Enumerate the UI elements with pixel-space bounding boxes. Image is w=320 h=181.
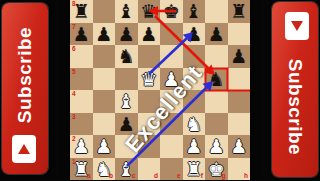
square-c1[interactable]: c♝: [115, 158, 138, 181]
square-d2[interactable]: [138, 135, 161, 158]
black-knight-c6[interactable]: ♞: [118, 45, 135, 67]
square-a1[interactable]: 1a♜: [70, 158, 93, 181]
square-f7[interactable]: ♟: [183, 23, 206, 46]
white-bishop-c4[interactable]: ♝: [118, 90, 135, 112]
square-b4[interactable]: [93, 90, 116, 113]
square-b1[interactable]: b♞: [93, 158, 116, 181]
play-button-down-icon: [285, 12, 309, 40]
file-label-c: c: [132, 173, 136, 180]
file-label-b: b: [109, 173, 113, 180]
square-h3[interactable]: [228, 113, 251, 136]
white-pawn-b2[interactable]: ♟: [95, 135, 112, 157]
square-a8[interactable]: 8♜: [70, 0, 93, 23]
square-c4[interactable]: ♝: [115, 90, 138, 113]
square-f2[interactable]: ♟: [183, 135, 206, 158]
square-b7[interactable]: ♟: [93, 23, 116, 46]
square-d1[interactable]: d: [138, 158, 161, 181]
square-e5[interactable]: ♟: [160, 68, 183, 91]
square-h6[interactable]: ♟: [228, 45, 251, 68]
file-label-a: a: [87, 173, 91, 180]
square-b5[interactable]: [93, 68, 116, 91]
white-pawn-f2[interactable]: ♟: [185, 135, 202, 157]
rank-label-1: 1: [72, 159, 76, 166]
square-c2[interactable]: [115, 135, 138, 158]
play-button-up-icon: [12, 135, 36, 163]
file-label-f: f: [201, 173, 203, 180]
square-g2[interactable]: ♟: [205, 135, 228, 158]
square-f5[interactable]: [183, 68, 206, 91]
file-label-g: g: [222, 173, 226, 180]
square-f8[interactable]: ♝: [183, 0, 206, 23]
black-pawn-f7[interactable]: ♟: [185, 23, 202, 45]
chess-board-area: 8♜♝♛♚♝♜7♟♟♟♟♟♟6♞♟5♛♟♞4♝3♟♞2♟♟♟♟♟1a♜b♞c♝d…: [70, 0, 250, 180]
black-bishop-f8[interactable]: ♝: [185, 0, 202, 22]
white-pawn-h2[interactable]: ♟: [230, 135, 247, 157]
square-g6[interactable]: [205, 45, 228, 68]
black-knight-g5[interactable]: ♞: [208, 68, 225, 90]
square-a7[interactable]: 7♟: [70, 23, 93, 46]
white-queen-d5[interactable]: ♛: [140, 68, 157, 90]
square-b8[interactable]: [93, 0, 116, 23]
square-c6[interactable]: ♞: [115, 45, 138, 68]
square-d8[interactable]: ♛: [138, 0, 161, 23]
square-f3[interactable]: ♞: [183, 113, 206, 136]
square-a5[interactable]: 5: [70, 68, 93, 91]
square-g8[interactable]: [205, 0, 228, 23]
rank-label-8: 8: [72, 1, 76, 8]
square-e2[interactable]: [160, 135, 183, 158]
square-c7[interactable]: ♟: [115, 23, 138, 46]
black-pawn-b7[interactable]: ♟: [95, 23, 112, 45]
rank-label-5: 5: [72, 69, 76, 76]
file-label-d: d: [154, 173, 158, 180]
square-d6[interactable]: [138, 45, 161, 68]
subscribe-banner-right[interactable]: Subscribe: [272, 2, 318, 177]
square-g1[interactable]: g♚: [205, 158, 228, 181]
file-label-e: e: [177, 173, 181, 180]
rank-label-4: 4: [72, 91, 76, 98]
square-h8[interactable]: ♜: [228, 0, 251, 23]
square-g4[interactable]: [205, 90, 228, 113]
square-b2[interactable]: ♟: [93, 135, 116, 158]
square-h7[interactable]: [228, 23, 251, 46]
square-e3[interactable]: [160, 113, 183, 136]
square-a6[interactable]: 6: [70, 45, 93, 68]
black-bishop-c8[interactable]: ♝: [118, 0, 135, 22]
square-b3[interactable]: [93, 113, 116, 136]
square-e7[interactable]: [160, 23, 183, 46]
black-queen-d8[interactable]: ♛: [140, 0, 157, 22]
black-pawn-g7[interactable]: ♟: [208, 23, 225, 45]
rank-label-6: 6: [72, 46, 76, 53]
white-rook-f1[interactable]: ♜: [185, 158, 202, 180]
square-g5[interactable]: ♞: [205, 68, 228, 91]
triangle-down-icon: [291, 21, 303, 31]
black-pawn-c7[interactable]: ♟: [118, 23, 135, 45]
file-label-h: h: [244, 173, 248, 180]
rank-label-3: 3: [72, 114, 76, 121]
square-g7[interactable]: ♟: [205, 23, 228, 46]
square-h4[interactable]: [228, 90, 251, 113]
square-d7[interactable]: ♟: [138, 23, 161, 46]
subscribe-banner-left[interactable]: Subscribe: [2, 3, 48, 174]
black-rook-h8[interactable]: ♜: [230, 0, 247, 22]
white-pawn-e5[interactable]: ♟: [163, 68, 180, 90]
white-pawn-g2[interactable]: ♟: [208, 135, 225, 157]
square-a4[interactable]: 4: [70, 90, 93, 113]
black-pawn-c3[interactable]: ♟: [118, 113, 135, 135]
square-e4[interactable]: [160, 90, 183, 113]
rank-label-2: 2: [72, 136, 76, 143]
square-h1[interactable]: h: [228, 158, 251, 181]
square-d3[interactable]: [138, 113, 161, 136]
square-f4[interactable]: [183, 90, 206, 113]
square-h5[interactable]: [228, 68, 251, 91]
black-pawn-h6[interactable]: ♟: [230, 45, 247, 67]
square-c5[interactable]: [115, 68, 138, 91]
white-knight-f3[interactable]: ♞: [185, 113, 202, 135]
square-h2[interactable]: ♟: [228, 135, 251, 158]
square-c3[interactable]: ♟: [115, 113, 138, 136]
square-e6[interactable]: [160, 45, 183, 68]
square-c8[interactable]: ♝: [115, 0, 138, 23]
square-e1[interactable]: e: [160, 158, 183, 181]
square-g3[interactable]: [205, 113, 228, 136]
square-f6[interactable]: [183, 45, 206, 68]
square-b6[interactable]: [93, 45, 116, 68]
triangle-up-icon: [18, 144, 30, 154]
square-e8[interactable]: ♚: [160, 0, 183, 23]
rank-label-7: 7: [72, 24, 76, 31]
black-king-e8[interactable]: ♚: [163, 0, 180, 22]
square-d5[interactable]: ♛: [138, 68, 161, 91]
black-pawn-d7[interactable]: ♟: [140, 23, 157, 45]
square-a2[interactable]: 2♟: [70, 135, 93, 158]
chess-board[interactable]: 8♜♝♛♚♝♜7♟♟♟♟♟♟6♞♟5♛♟♞4♝3♟♞2♟♟♟♟♟1a♜b♞c♝d…: [70, 0, 250, 180]
square-f1[interactable]: f♜: [183, 158, 206, 181]
square-a3[interactable]: 3: [70, 113, 93, 136]
subscribe-label-right: Subscribe: [284, 59, 306, 155]
subscribe-label-left: Subscribe: [14, 27, 36, 123]
square-d4[interactable]: [138, 90, 161, 113]
